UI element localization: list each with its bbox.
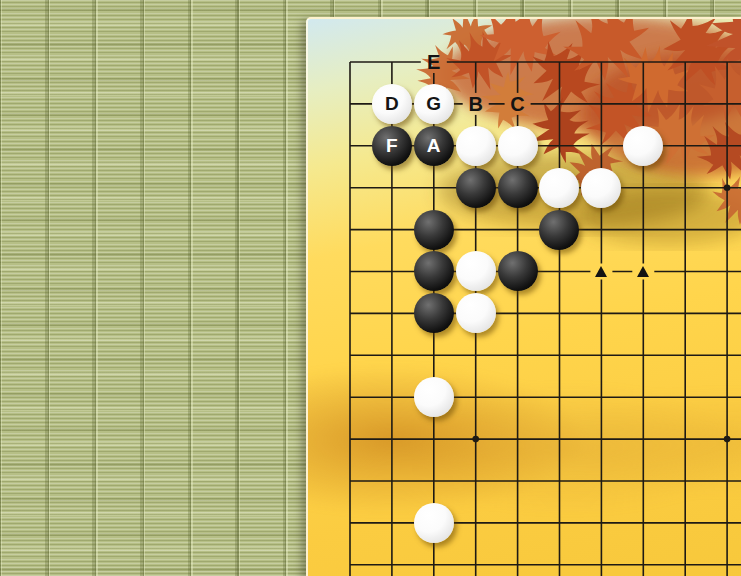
stone-white-G[interactable]: G (414, 84, 454, 124)
stone-black-A[interactable]: A (414, 126, 454, 166)
point-label-C[interactable]: C (510, 94, 524, 114)
stone-white[interactable] (456, 126, 496, 166)
stone-label: A (427, 136, 441, 155)
board-grid[interactable]: DGFAEBC (329, 41, 741, 576)
stone-black[interactable] (539, 210, 579, 250)
stone-white[interactable] (539, 168, 579, 208)
stone-white[interactable] (623, 126, 663, 166)
stone-white[interactable] (456, 293, 496, 333)
stone-label: G (426, 94, 441, 113)
stone-black[interactable] (456, 168, 496, 208)
stone-label: D (385, 94, 399, 113)
stone-black[interactable] (498, 251, 538, 291)
stone-label: F (386, 136, 398, 155)
stone-white-D[interactable]: D (372, 84, 412, 124)
stone-white[interactable] (414, 377, 454, 417)
triangle-mark[interactable] (637, 266, 649, 277)
point-label-B[interactable]: B (468, 94, 482, 114)
screenshot-root: { "game": "go", "scene": { "background":… (0, 0, 741, 576)
stone-black[interactable] (414, 251, 454, 291)
stone-black[interactable] (414, 293, 454, 333)
stone-black[interactable] (498, 168, 538, 208)
stone-black[interactable] (414, 210, 454, 250)
stone-white[interactable] (498, 126, 538, 166)
stone-black-F[interactable]: F (372, 126, 412, 166)
stone-white[interactable] (581, 168, 621, 208)
triangle-mark[interactable] (595, 266, 607, 277)
go-board[interactable]: DGFAEBC (306, 17, 741, 576)
stone-white[interactable] (414, 503, 454, 543)
stone-white[interactable] (456, 251, 496, 291)
point-label-E[interactable]: E (427, 52, 440, 72)
